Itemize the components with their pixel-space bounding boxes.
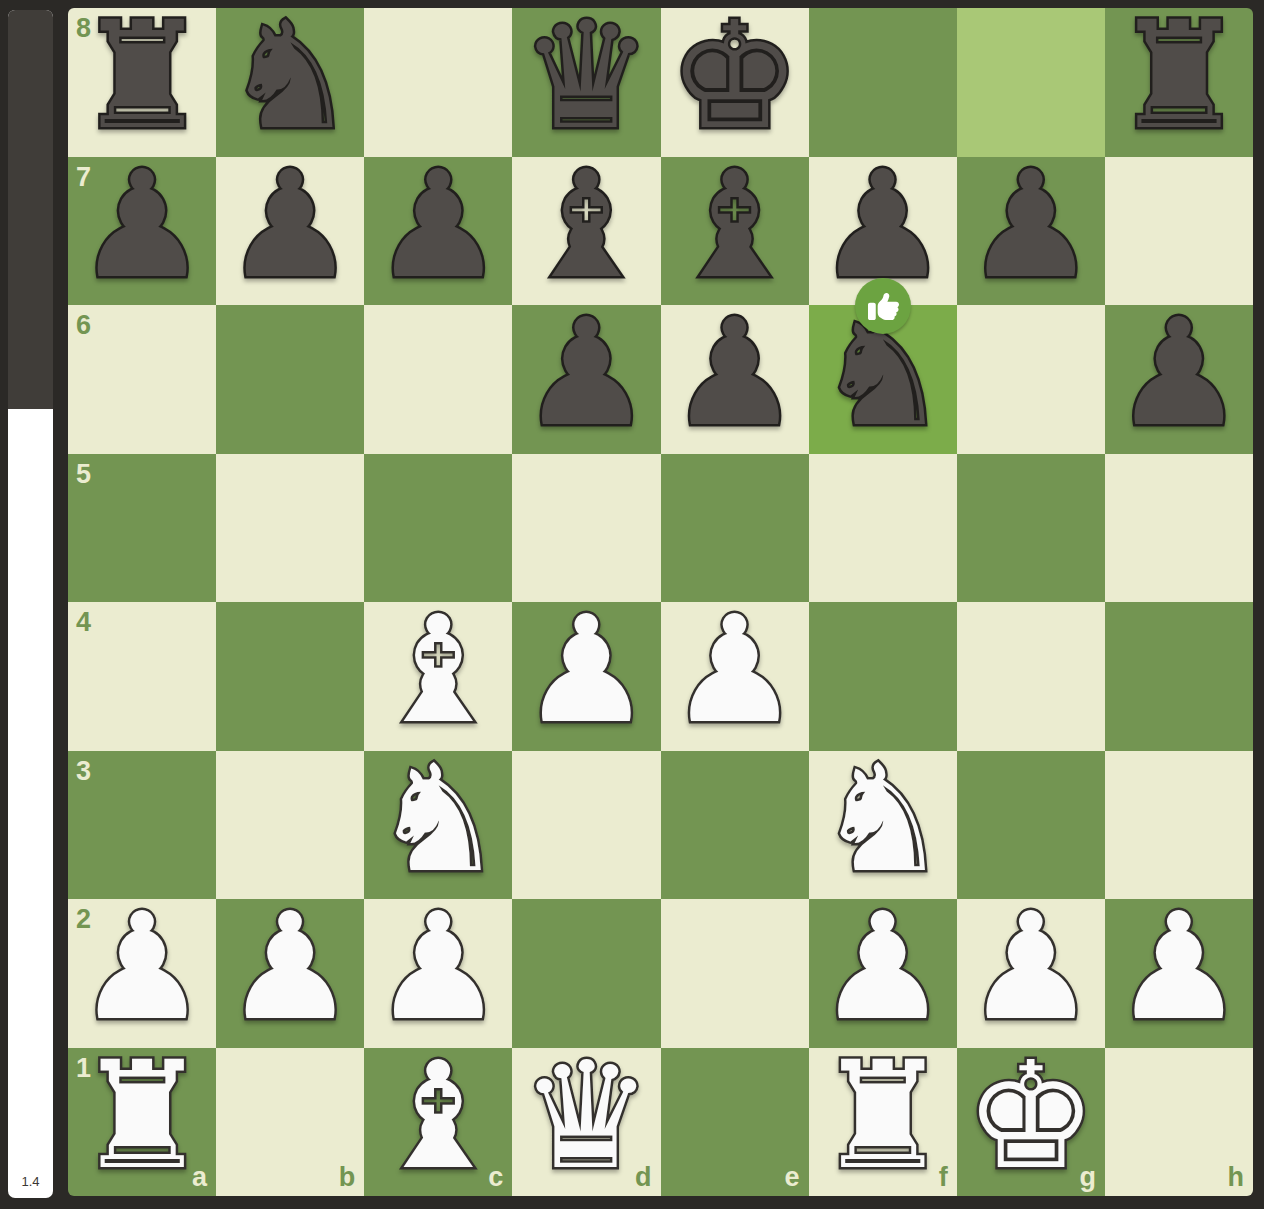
piece-black-pawn-f7[interactable]: ♟ xyxy=(816,151,949,299)
square-f1[interactable]: ♜f xyxy=(809,1048,957,1197)
square-c2[interactable]: ♟ xyxy=(364,899,512,1048)
square-a6[interactable]: 6 xyxy=(68,305,216,454)
piece-black-pawn-c7[interactable]: ♟ xyxy=(372,151,505,299)
piece-white-pawn-e4[interactable]: ♟ xyxy=(668,596,801,744)
square-d3[interactable] xyxy=(512,751,660,900)
square-b3[interactable] xyxy=(216,751,364,900)
piece-black-pawn-a7[interactable]: ♟ xyxy=(76,151,209,299)
file-label-e: e xyxy=(785,1164,800,1191)
piece-black-knight-b8[interactable]: ♞ xyxy=(224,8,357,150)
square-d1[interactable]: ♛d xyxy=(512,1048,660,1197)
square-b8[interactable]: ♞ xyxy=(216,8,364,157)
square-g1[interactable]: ♚g xyxy=(957,1048,1105,1197)
file-label-d: d xyxy=(635,1164,652,1191)
piece-black-rook-h8[interactable]: ♜ xyxy=(1113,8,1246,150)
square-c3[interactable]: ♞ xyxy=(364,751,512,900)
piece-white-pawn-b2[interactable]: ♟ xyxy=(224,893,357,1041)
square-c8[interactable] xyxy=(364,8,512,157)
piece-white-pawn-c2[interactable]: ♟ xyxy=(372,893,505,1041)
square-f8[interactable] xyxy=(809,8,957,157)
square-e6[interactable]: ♟ xyxy=(661,305,809,454)
square-a1[interactable]: ♜1a xyxy=(68,1048,216,1197)
piece-black-pawn-g7[interactable]: ♟ xyxy=(964,151,1097,299)
file-label-b: b xyxy=(339,1164,356,1191)
file-label-a: a xyxy=(192,1164,207,1191)
square-c4[interactable]: ♝ xyxy=(364,602,512,751)
evaluation-bar-black-section xyxy=(8,10,53,409)
square-d6[interactable]: ♟ xyxy=(512,305,660,454)
file-label-h: h xyxy=(1228,1164,1245,1191)
thumbs-up-icon xyxy=(868,291,899,322)
rank-label-8: 8 xyxy=(76,15,91,42)
piece-white-pawn-g2[interactable]: ♟ xyxy=(964,893,1097,1041)
rank-label-1: 1 xyxy=(76,1055,91,1082)
square-d4[interactable]: ♟ xyxy=(512,602,660,751)
square-g4[interactable] xyxy=(957,602,1105,751)
piece-black-king-e8[interactable]: ♚ xyxy=(668,8,801,150)
square-g2[interactable]: ♟ xyxy=(957,899,1105,1048)
square-e5[interactable] xyxy=(661,454,809,603)
square-a3[interactable]: 3 xyxy=(68,751,216,900)
square-c6[interactable] xyxy=(364,305,512,454)
rank-label-4: 4 xyxy=(76,609,91,636)
square-g3[interactable] xyxy=(957,751,1105,900)
square-d2[interactable] xyxy=(512,899,660,1048)
square-d8[interactable]: ♛ xyxy=(512,8,660,157)
move-classification-badge xyxy=(855,278,911,334)
piece-black-bishop-e7[interactable]: ♝ xyxy=(668,151,801,299)
piece-white-knight-f3[interactable]: ♞ xyxy=(816,745,949,893)
square-e1[interactable]: e xyxy=(661,1048,809,1197)
chess-board[interactable]: ♜8♞♛♚♜♟7♟♟♝♝♟♟6♟♟♞♟54♝♟♟3♞♞♟2♟♟♟♟♟♜1ab♝c… xyxy=(68,8,1253,1196)
rank-label-5: 5 xyxy=(76,461,91,488)
square-a5[interactable]: 5 xyxy=(68,454,216,603)
file-label-g: g xyxy=(1079,1164,1096,1191)
square-h8[interactable]: ♜ xyxy=(1105,8,1253,157)
square-b2[interactable]: ♟ xyxy=(216,899,364,1048)
piece-black-pawn-b7[interactable]: ♟ xyxy=(224,151,357,299)
rank-label-2: 2 xyxy=(76,906,91,933)
piece-white-bishop-c4[interactable]: ♝ xyxy=(372,596,505,744)
square-d5[interactable] xyxy=(512,454,660,603)
square-e2[interactable] xyxy=(661,899,809,1048)
square-f3[interactable]: ♞ xyxy=(809,751,957,900)
square-a8[interactable]: ♜8 xyxy=(68,8,216,157)
square-g5[interactable] xyxy=(957,454,1105,603)
rank-label-7: 7 xyxy=(76,164,91,191)
file-label-f: f xyxy=(939,1164,948,1191)
piece-white-pawn-a2[interactable]: ♟ xyxy=(76,893,209,1041)
piece-black-pawn-h6[interactable]: ♟ xyxy=(1113,299,1246,447)
square-a7[interactable]: ♟7 xyxy=(68,157,216,306)
square-h1[interactable]: h xyxy=(1105,1048,1253,1197)
square-e4[interactable]: ♟ xyxy=(661,602,809,751)
piece-black-pawn-d6[interactable]: ♟ xyxy=(520,299,653,447)
piece-white-pawn-h2[interactable]: ♟ xyxy=(1113,893,1246,1041)
piece-white-bishop-c1[interactable]: ♝ xyxy=(372,1042,505,1190)
square-h6[interactable]: ♟ xyxy=(1105,305,1253,454)
evaluation-score: 1.4 xyxy=(8,1174,53,1189)
square-b1[interactable]: b xyxy=(216,1048,364,1197)
square-g8[interactable] xyxy=(957,8,1105,157)
square-c5[interactable] xyxy=(364,454,512,603)
square-e3[interactable] xyxy=(661,751,809,900)
piece-white-queen-d1[interactable]: ♛ xyxy=(520,1042,653,1190)
square-f5[interactable] xyxy=(809,454,957,603)
square-c7[interactable]: ♟ xyxy=(364,157,512,306)
square-h5[interactable] xyxy=(1105,454,1253,603)
square-b4[interactable] xyxy=(216,602,364,751)
square-e7[interactable]: ♝ xyxy=(661,157,809,306)
piece-black-bishop-d7[interactable]: ♝ xyxy=(520,151,653,299)
square-h3[interactable] xyxy=(1105,751,1253,900)
piece-white-knight-c3[interactable]: ♞ xyxy=(372,745,505,893)
square-a2[interactable]: ♟2 xyxy=(68,899,216,1048)
piece-white-rook-f1[interactable]: ♜ xyxy=(816,1042,949,1190)
rank-label-6: 6 xyxy=(76,312,91,339)
square-b6[interactable] xyxy=(216,305,364,454)
square-f2[interactable]: ♟ xyxy=(809,899,957,1048)
square-e8[interactable]: ♚ xyxy=(661,8,809,157)
piece-black-pawn-e6[interactable]: ♟ xyxy=(668,299,801,447)
piece-white-pawn-f2[interactable]: ♟ xyxy=(816,893,949,1041)
square-b7[interactable]: ♟ xyxy=(216,157,364,306)
rank-label-3: 3 xyxy=(76,758,91,785)
square-b5[interactable] xyxy=(216,454,364,603)
piece-black-queen-d8[interactable]: ♛ xyxy=(520,8,653,150)
square-h2[interactable]: ♟ xyxy=(1105,899,1253,1048)
square-f4[interactable] xyxy=(809,602,957,751)
file-label-c: c xyxy=(488,1164,503,1191)
square-h7[interactable] xyxy=(1105,157,1253,306)
square-g7[interactable]: ♟ xyxy=(957,157,1105,306)
square-h4[interactable] xyxy=(1105,602,1253,751)
piece-white-rook-a1[interactable]: ♜ xyxy=(76,1042,209,1190)
piece-white-king-g1[interactable]: ♚ xyxy=(964,1042,1097,1190)
piece-white-pawn-d4[interactable]: ♟ xyxy=(520,596,653,744)
square-c1[interactable]: ♝c xyxy=(364,1048,512,1197)
square-d7[interactable]: ♝ xyxy=(512,157,660,306)
square-g6[interactable] xyxy=(957,305,1105,454)
evaluation-bar: 1.4 xyxy=(8,10,53,1198)
piece-black-rook-a8[interactable]: ♜ xyxy=(76,8,209,150)
square-a4[interactable]: 4 xyxy=(68,602,216,751)
